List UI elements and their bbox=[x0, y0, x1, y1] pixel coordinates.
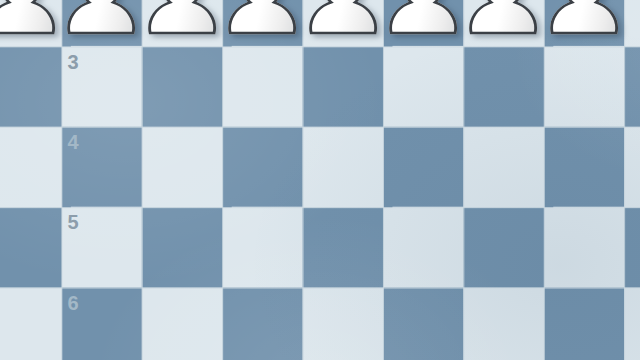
chess-board[interactable]: ♟ ♟ ♟ ♟ ♟ ♟ ♟ ♟ 3 4 5 6 bbox=[0, 0, 640, 360]
board-viewport: ♟ ♟ ♟ ♟ ♟ ♟ ♟ ♟ 3 4 5 6 bbox=[0, 0, 640, 360]
rank-label-6: 6 bbox=[68, 292, 80, 315]
square-b2[interactable]: ♟ bbox=[463, 0, 543, 46]
square-f2[interactable]: ♟ bbox=[142, 0, 222, 46]
rank-label-3: 3 bbox=[68, 51, 80, 74]
rank-label-4: 4 bbox=[68, 131, 80, 154]
rank-label-5: 5 bbox=[68, 211, 80, 234]
square-a2[interactable]: ♟ bbox=[544, 0, 624, 46]
white-pawn-a2[interactable]: ♟ bbox=[535, 0, 632, 39]
square-d2[interactable]: ♟ bbox=[303, 0, 383, 46]
square-c2[interactable]: ♟ bbox=[383, 0, 463, 46]
square-g2[interactable]: ♟ bbox=[61, 0, 141, 46]
square-e2[interactable]: ♟ bbox=[222, 0, 302, 46]
